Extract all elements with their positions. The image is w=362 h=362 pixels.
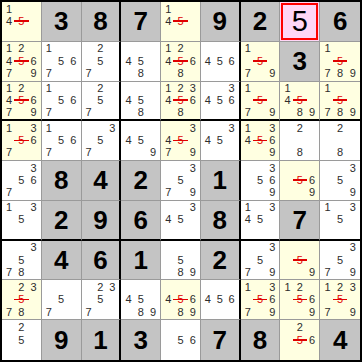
candidate-8: 8 [294,147,306,159]
candidate-empty [306,321,318,334]
candidate-empty [83,55,95,67]
cell-r6c1[interactable]: 135 [2,201,42,241]
candidate-empty [3,321,15,334]
candidate-empty [3,162,15,174]
candidate-5-struck: 5 [254,294,266,306]
cell-r5c6[interactable]: 1 [201,161,241,201]
given-digit: 9 [213,8,227,34]
cell-r8c2[interactable]: 57 [42,280,82,320]
candidate-empty [254,43,266,55]
sudoku-board: 1453871459256124567915672574581245684561… [0,0,362,362]
candidate-9: 9 [346,266,359,278]
candidate-empty [147,83,159,95]
candidate-empty [55,106,67,118]
candidate-empty [321,242,334,254]
cell-r8c4[interactable]: 4589 [121,280,161,320]
candidate-empty [306,122,318,134]
given-digit: 7 [293,207,307,233]
pencil-marks: 2357 [82,280,120,319]
candidate-empty [43,135,55,147]
candidate-9: 9 [147,306,159,318]
candidate-empty [306,162,318,174]
candidate-empty [15,122,27,134]
candidate-5-struck: 5 [334,55,347,67]
candidate-empty [43,55,55,67]
pencil-marks: 145 [161,2,200,41]
candidate-empty [202,43,214,55]
cell-r9c8[interactable]: 256 [280,320,320,360]
cell-r9c1[interactable]: 25 [2,320,42,360]
candidate-empty [67,147,79,159]
cell-r3c7[interactable]: 1579 [241,82,281,122]
pencil-marks: 3578 [2,241,41,280]
cell-r6c4[interactable]: 6 [121,201,161,241]
cell-r4c1[interactable]: 13567 [2,121,42,161]
cell-r7c5[interactable]: 589 [161,241,201,281]
cell-r3c4[interactable]: 458 [121,82,161,122]
candidate-8: 8 [334,147,347,159]
candidate-6: 6 [187,334,199,347]
candidate-8: 8 [174,106,186,118]
candidate-5: 5 [94,135,106,147]
candidate-9: 9 [306,266,318,278]
candidate-empty [147,55,159,67]
candidate-8: 8 [15,306,27,318]
cell-r2c9[interactable]: 15789 [320,42,360,82]
cell-r6c9[interactable]: 135 [320,201,360,241]
candidate-empty [187,106,199,118]
candidate-5-struck: 5 [334,94,347,106]
cell-r9c7[interactable]: 8 [241,320,281,360]
given-digit: 4 [333,327,347,353]
cell-r6c8[interactable]: 7 [280,201,320,241]
candidate-9: 9 [28,67,40,79]
candidate-6: 6 [226,55,238,67]
candidate-5-struck: 5 [15,55,27,67]
candidate-8: 8 [334,67,347,79]
candidate-empty [226,147,238,159]
candidate-3: 3 [266,242,278,254]
candidate-empty [94,147,106,159]
candidate-empty [321,226,334,238]
cell-r3c3[interactable]: 257 [82,82,122,122]
candidate-empty [321,254,334,266]
candidate-7: 7 [43,67,55,79]
candidate-empty [202,147,214,159]
candidate-empty [162,242,174,254]
cell-r8c3[interactable]: 2357 [82,280,122,320]
pencil-marks: 257 [82,42,120,81]
cell-r2c8[interactable]: 3 [280,42,320,82]
pencil-marks: 145 [2,2,41,41]
candidate-empty [15,147,27,159]
candidate-empty [202,281,214,293]
cell-r3c1[interactable]: 1245679 [2,82,42,122]
cell-r2c1[interactable]: 1245679 [2,42,42,82]
candidate-empty [94,306,106,318]
cell-r1c1[interactable]: 145 [2,2,42,42]
cell-r9c5[interactable]: 56 [161,320,201,360]
cell-r7c6[interactable]: 2 [201,241,241,281]
cell-r5c4[interactable]: 2 [121,161,161,201]
pencil-marks: 3579 [161,161,200,200]
candidate-2: 2 [174,83,186,95]
cell-r9c2[interactable]: 9 [42,320,82,360]
candidate-2: 2 [15,83,27,95]
candidate-5: 5 [174,254,186,266]
pencil-marks: 14589 [280,82,319,120]
pencil-marks: 135 [320,201,360,239]
cell-r3c5[interactable]: 1234568 [161,82,201,122]
cell-r8c8[interactable]: 12569 [280,280,320,320]
cell-r1c8[interactable]: 5 [280,2,320,42]
candidate-empty [242,242,254,254]
candidate-empty [294,187,306,199]
cell-r5c3[interactable]: 4 [82,161,122,201]
cell-r8c7[interactable]: 135679 [241,280,281,320]
pencil-marks: 57 [42,280,81,319]
cell-r9c6[interactable]: 7 [201,320,241,360]
candidate-empty [174,187,186,199]
cell-r4c9[interactable]: 28 [320,121,360,161]
cell-r2c2[interactable]: 1567 [42,42,82,82]
cell-r7c8[interactable]: 59 [280,241,320,281]
candidate-empty [242,187,254,199]
cell-r3c9[interactable]: 15789 [320,82,360,122]
cell-r6c5[interactable]: 345 [161,201,201,241]
candidate-empty [28,15,40,27]
candidate-empty [214,43,226,55]
cell-r8c1[interactable]: 23578 [2,280,42,320]
pencil-marks: 458 [121,82,160,120]
candidate-7: 7 [3,106,15,118]
candidate-empty [334,43,347,55]
candidate-empty [106,67,118,79]
cell-r8c6[interactable]: 456 [201,280,241,320]
candidate-empty [43,94,55,106]
candidate-5: 5 [55,135,67,147]
candidate-empty [28,266,40,278]
candidate-empty [28,43,40,55]
pencil-marks: 569 [280,161,319,200]
candidate-empty [254,147,266,159]
cell-r5c1[interactable]: 3567 [2,161,42,201]
cell-r1c5[interactable]: 145 [161,2,201,42]
given-digit: 1 [93,327,107,353]
pencil-marks: 28 [280,121,319,160]
pencil-marks: 1245679 [2,82,41,120]
cell-r4c4[interactable]: 459 [121,121,161,161]
pencil-marks: 459 [121,121,160,160]
candidate-9: 9 [306,106,318,118]
candidate-empty [162,202,174,214]
candidate-empty [83,122,95,134]
candidate-3: 3 [28,202,40,214]
cell-r4c5[interactable]: 34579 [161,121,201,161]
candidate-5-struck: 5 [15,94,27,106]
candidate-5-struck: 5 [174,15,186,27]
candidate-9: 9 [346,106,359,118]
candidate-6: 6 [266,135,278,147]
candidate-1: 1 [162,83,174,95]
candidate-3: 3 [187,162,199,174]
given-digit: 6 [133,207,147,233]
pencil-marks: 135679 [241,280,280,319]
candidate-9: 9 [266,187,278,199]
cell-r7c9[interactable]: 3579 [320,241,360,281]
candidate-empty [162,174,174,186]
cell-r6c7[interactable]: 1345 [241,201,281,241]
cell-r1c6[interactable]: 9 [201,2,241,42]
candidate-9: 9 [346,306,359,318]
candidate-empty [346,83,359,95]
cell-r8c9[interactable]: 123579 [320,280,360,320]
cell-r1c9[interactable]: 6 [320,2,360,42]
candidate-empty [281,122,293,134]
given-digit: 8 [93,8,107,34]
cell-r5c5[interactable]: 3579 [161,161,201,201]
cell-r3c2[interactable]: 1567 [42,82,82,122]
candidate-empty [226,106,238,118]
candidate-3: 3 [28,122,40,134]
pencil-marks: 458 [121,42,160,81]
candidate-empty [254,122,266,134]
candidate-empty [147,43,159,55]
cell-r7c7[interactable]: 3579 [241,241,281,281]
candidate-empty [122,106,134,118]
cell-r5c7[interactable]: 3569 [241,161,281,201]
candidate-empty [83,294,95,306]
candidate-empty [55,67,67,79]
candidate-empty [3,334,15,347]
candidate-empty [106,83,118,95]
candidate-1: 1 [162,3,174,15]
candidate-3: 3 [346,242,359,254]
candidate-empty [187,321,199,334]
cell-r7c3[interactable]: 6 [82,241,122,281]
candidate-empty [174,281,186,293]
candidate-1: 1 [242,202,254,214]
candidate-empty [187,135,199,147]
candidate-3: 3 [187,83,199,95]
cell-r4c6[interactable]: 345 [201,121,241,161]
candidate-3: 3 [106,122,118,134]
candidate-empty [174,122,186,134]
candidate-3: 3 [346,162,359,174]
pencil-marks: 3456 [201,82,239,120]
cell-r3c6[interactable]: 3456 [201,82,241,122]
candidate-1: 1 [3,3,15,15]
candidate-empty [174,3,186,15]
candidate-empty [187,67,199,79]
candidate-empty [174,346,186,359]
candidate-empty [15,187,27,199]
cell-r9c4[interactable]: 3 [121,320,161,360]
candidate-9: 9 [266,67,278,79]
candidate-3: 3 [28,162,40,174]
candidate-empty [294,242,306,254]
candidate-empty [135,83,147,95]
cell-r2c7[interactable]: 1579 [241,42,281,82]
candidate-empty [3,226,15,238]
candidate-empty [3,174,15,186]
candidate-empty [187,15,199,27]
candidate-empty [3,346,15,359]
cell-r2c5[interactable]: 124568 [161,42,201,82]
cell-r9c3[interactable]: 1 [82,320,122,360]
candidate-8: 8 [135,67,147,79]
pencil-marks: 345 [201,121,239,160]
cell-r9c9[interactable]: 4 [320,320,360,360]
candidate-5: 5 [15,254,27,266]
candidate-5: 5 [174,334,186,347]
candidate-empty [174,202,186,214]
candidate-empty [122,281,134,293]
candidate-empty [28,306,40,318]
cell-r1c3[interactable]: 8 [82,2,122,42]
candidate-empty [334,202,347,214]
candidate-empty [321,174,334,186]
candidate-5-struck: 5 [15,15,27,27]
candidate-empty [15,346,27,359]
cell-r7c4[interactable]: 1 [121,241,161,281]
cell-r1c7[interactable]: 2 [241,2,281,42]
candidate-empty [147,67,159,79]
cell-r4c7[interactable]: 134569 [241,121,281,161]
candidate-1: 1 [242,43,254,55]
candidate-1: 1 [162,43,174,55]
given-digit: 2 [253,8,267,34]
cell-r3c8[interactable]: 14589 [280,82,320,122]
candidate-empty [135,122,147,134]
candidate-5: 5 [94,294,106,306]
candidate-empty [242,226,254,238]
candidate-empty [147,122,159,134]
cell-r5c8[interactable]: 569 [280,161,320,201]
candidate-empty [334,135,347,147]
cell-r2c6[interactable]: 456 [201,42,241,82]
candidate-empty [334,242,347,254]
cell-r4c3[interactable]: 357 [82,121,122,161]
candidate-empty [226,135,238,147]
candidate-empty [15,67,27,79]
candidate-empty [346,214,359,226]
candidate-empty [226,67,238,79]
candidate-5: 5 [334,174,347,186]
pencil-marks: 13567 [2,121,41,160]
candidate-empty [15,162,27,174]
candidate-6: 6 [187,94,199,106]
cell-r5c9[interactable]: 359 [320,161,360,201]
cell-r4c2[interactable]: 1567 [42,121,82,161]
cell-r4c8[interactable]: 28 [280,121,320,161]
candidate-empty [306,83,318,95]
candidate-empty [67,281,79,293]
candidate-empty [266,83,278,95]
candidate-empty [67,83,79,95]
candidate-2: 2 [94,43,106,55]
given-digit: 3 [293,48,307,74]
candidate-7: 7 [321,67,334,79]
cell-r7c2[interactable]: 4 [42,241,82,281]
cell-r2c3[interactable]: 257 [82,42,122,82]
pencil-marks: 1567 [42,42,81,81]
candidate-7: 7 [3,187,15,199]
candidate-empty [162,334,174,347]
candidate-empty [334,83,347,95]
candidate-empty [321,122,334,134]
candidate-1: 1 [242,83,254,95]
candidate-1: 1 [242,122,254,134]
cell-r8c5[interactable]: 45689 [161,280,201,320]
candidate-empty [162,266,174,278]
candidate-5-struck: 5 [174,135,186,147]
cell-r1c2[interactable]: 3 [42,2,82,42]
candidate-empty [294,162,306,174]
cell-r7c1[interactable]: 3578 [2,241,42,281]
pencil-marks: 1345 [241,201,280,239]
candidate-empty [3,28,15,40]
pencil-marks: 345 [161,201,200,239]
cell-r6c6[interactable]: 8 [201,201,241,241]
candidate-1: 1 [321,281,334,293]
candidate-6: 6 [306,294,318,306]
candidate-empty [67,67,79,79]
cell-r5c2[interactable]: 8 [42,161,82,201]
given-digit: 4 [54,247,68,273]
given-digit: 7 [133,8,147,34]
candidate-empty [266,254,278,266]
candidate-3: 3 [226,83,238,95]
candidate-empty [147,106,159,118]
candidate-empty [122,83,134,95]
candidate-empty [147,94,159,106]
pencil-marks: 3579 [320,241,360,280]
candidate-3: 3 [266,281,278,293]
candidate-empty [281,321,293,334]
candidate-empty [106,306,118,318]
cell-r6c2[interactable]: 2 [42,201,82,241]
candidate-empty [67,294,79,306]
candidate-1: 1 [321,202,334,214]
candidate-empty [346,226,359,238]
candidate-7: 7 [43,147,55,159]
pencil-marks: 256 [280,320,319,360]
given-digit: 4 [93,167,107,193]
candidate-empty [306,346,318,359]
candidate-empty [135,281,147,293]
candidate-7: 7 [242,67,254,79]
candidate-empty [162,281,174,293]
candidate-6: 6 [266,294,278,306]
candidate-4: 4 [202,55,214,67]
candidate-empty [162,306,174,318]
pencil-marks: 15789 [320,82,360,120]
candidate-5-struck: 5 [15,294,27,306]
candidate-6: 6 [67,55,79,67]
candidate-6: 6 [306,334,318,347]
cell-r6c3[interactable]: 9 [82,201,122,241]
candidate-empty [294,266,306,278]
candidate-empty [266,43,278,55]
candidate-3: 3 [106,281,118,293]
candidate-7: 7 [242,306,254,318]
candidate-empty [306,281,318,293]
cell-r2c4[interactable]: 458 [121,42,161,82]
candidate-empty [187,281,199,293]
candidate-empty [135,43,147,55]
cell-r1c4[interactable]: 7 [121,2,161,42]
